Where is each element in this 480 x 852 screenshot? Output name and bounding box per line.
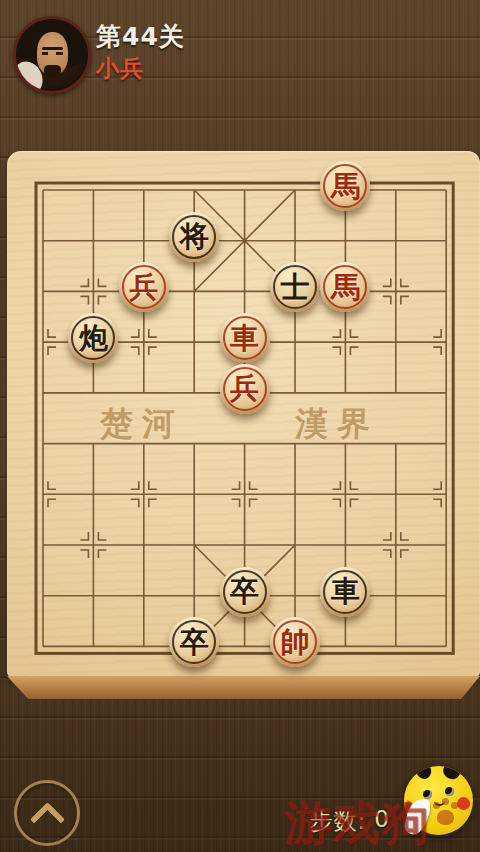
piece-red-soldier[interactable]: 兵 [119,262,169,312]
level-title: 第44关 [96,20,185,53]
avatar-brow [42,47,63,50]
piece-black-general[interactable]: 将 [169,212,219,262]
piece-character: 士 [281,273,310,302]
river-label-chu: 楚河 [74,402,210,447]
mascot-eye-icon [445,787,454,796]
player-avatar [13,16,91,94]
chevron-up-icon [30,802,65,837]
piece-character: 卒 [180,628,209,657]
piece-red-chariot[interactable]: 車 [220,313,270,363]
piece-character: 馬 [331,273,360,302]
move-counter-value: 0 [374,806,390,837]
expand-up-button[interactable] [14,780,80,846]
piece-black-soldier[interactable]: 卒 [220,567,270,617]
piece-black-chariot[interactable]: 車 [320,567,370,617]
piece-character: 兵 [230,374,259,403]
piece-character: 炮 [79,324,108,353]
avatar-beard [44,65,61,78]
piece-red-soldier[interactable]: 兵 [220,364,270,414]
piece-character: 卒 [230,577,259,606]
mascot-ear-icon [440,766,462,782]
piece-character: 帥 [281,628,310,657]
piece-character: 車 [230,324,259,353]
piece-character: 馬 [331,172,360,201]
piece-character: 車 [331,577,360,606]
avatar-eyes [42,52,63,55]
stage-name: 小兵 [96,53,144,84]
board-edge-bevel [7,676,480,699]
move-counter-label: 步数: [310,806,367,837]
piece-character: 将 [180,222,209,251]
mascot-cheek-icon [457,797,470,810]
mascot-mouth-icon [434,796,445,806]
mascot-ear-icon [413,766,433,781]
app-background: 第44关 小兵 楚河 漢界 馬将兵士馬炮車兵卒車卒帥 步数: 0 游戏狗 [0,0,480,852]
move-counter: 步数: 0 [310,806,390,837]
piece-character: 兵 [129,273,158,302]
mascot-eye-icon [423,790,432,799]
river-label-han: 漢界 [268,402,406,447]
